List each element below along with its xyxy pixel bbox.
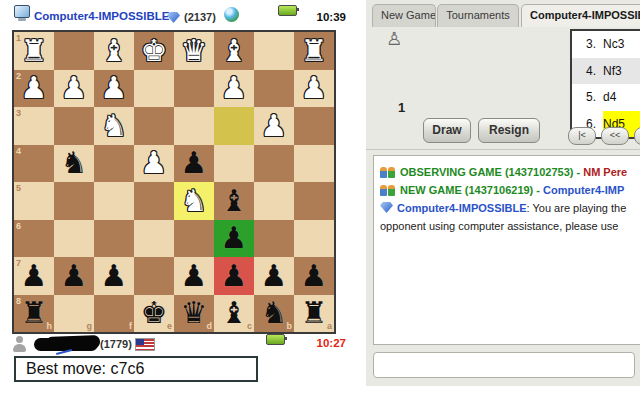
square-c2[interactable]: ♟ [214, 70, 254, 108]
square-h8[interactable]: 8h♜ [14, 295, 54, 333]
move-san: Nf3 [603, 58, 640, 85]
piece-bP: ♟ [101, 261, 128, 291]
bottom-player-rating: (1779) [100, 338, 132, 350]
file-label: g [87, 321, 93, 331]
square-g2[interactable]: ♟ [54, 70, 94, 108]
gem-icon [380, 202, 393, 213]
square-e8[interactable]: e♚ [134, 295, 174, 333]
chat-log[interactable]: OBSERVING GAME (1437102753) - NM PereNEW… [373, 155, 640, 345]
piece-bP: ♟ [221, 261, 248, 291]
square-c7[interactable]: ♟ [214, 257, 254, 295]
square-a7[interactable]: ♟ [294, 257, 334, 295]
square-h1[interactable]: 1♜ [14, 32, 54, 70]
square-d5[interactable]: ♞ [174, 182, 214, 220]
rank-label: 7 [16, 258, 21, 268]
square-e4[interactable]: ♟ [134, 145, 174, 183]
piece-bK: ♚ [141, 298, 168, 328]
move-row[interactable]: 5.d4 [572, 84, 640, 111]
square-c5[interactable]: ♝ [214, 182, 254, 220]
square-b6[interactable] [254, 220, 294, 258]
bottom-player-clock: 10:27 [304, 337, 346, 349]
piece-bP: ♟ [261, 261, 288, 291]
move-number: 4. [572, 64, 596, 78]
tab-current-game[interactable]: Computer4-IMPOSSIBLE [521, 4, 640, 27]
piece-wK: ♚ [141, 36, 168, 66]
chat-text: Computer4-IMPOSSIBLE [397, 202, 527, 214]
file-label: d [207, 321, 213, 331]
move-number: 5. [572, 90, 596, 104]
square-e1[interactable]: ♚ [134, 32, 174, 70]
battery-icon [278, 5, 297, 16]
square-a5[interactable] [294, 182, 334, 220]
square-e6[interactable] [134, 220, 174, 258]
piece-bR: ♜ [301, 298, 328, 328]
file-label: c [247, 321, 252, 331]
file-label: h [47, 321, 53, 331]
square-f4[interactable] [94, 145, 134, 183]
best-move-text: Best move: c7c6 [26, 360, 144, 377]
move-row[interactable]: 3.Nc3 [572, 31, 640, 58]
square-f8[interactable]: f [94, 295, 134, 333]
top-player-name[interactable]: Computer4-IMPOSSIBLE [34, 10, 169, 22]
rank-label: 4 [16, 146, 21, 156]
square-h5[interactable]: 5 [14, 182, 54, 220]
square-f6[interactable] [94, 220, 134, 258]
chat-text: NM Pere [583, 166, 627, 178]
chat-input[interactable] [373, 352, 635, 378]
square-a8[interactable]: a♜ [294, 295, 334, 333]
square-b1[interactable] [254, 32, 294, 70]
square-e2[interactable] [134, 70, 174, 108]
square-h2[interactable]: 2♟ [14, 70, 54, 108]
square-a4[interactable] [294, 145, 334, 183]
top-player-clock: 10:39 [304, 11, 346, 23]
redacted-player-name [34, 338, 98, 351]
square-b5[interactable] [254, 182, 294, 220]
piece-bN: ♞ [61, 148, 88, 178]
piece-wB: ♝ [101, 36, 128, 66]
move-san: d4 [603, 84, 640, 111]
piece-bR: ♜ [21, 298, 48, 328]
piece-bP: ♟ [181, 148, 208, 178]
square-d1[interactable]: ♛ [174, 32, 214, 70]
nav-button[interactable]: |< [568, 127, 596, 145]
square-e3[interactable] [134, 107, 174, 145]
pawn-icon: ♙ [386, 28, 402, 49]
battery-icon [266, 334, 285, 345]
rank-label: 1 [16, 33, 21, 43]
panel-divider [366, 149, 640, 150]
square-a3[interactable] [294, 107, 334, 145]
move-list[interactable]: 3.Nc34.Nf35.d46.Nd5 [570, 29, 640, 139]
rank-label: 6 [16, 221, 21, 231]
piece-bN: ♞ [261, 298, 288, 328]
square-c8[interactable]: c♝ [214, 295, 254, 333]
person-icon [12, 336, 27, 352]
square-e5[interactable] [134, 182, 174, 220]
square-g4[interactable]: ♞ [54, 145, 94, 183]
piece-bQ: ♛ [181, 298, 208, 328]
square-d4[interactable]: ♟ [174, 145, 214, 183]
square-c4[interactable] [214, 145, 254, 183]
square-d7[interactable]: ♟ [174, 257, 214, 295]
square-h4[interactable]: 4 [14, 145, 54, 183]
nav-button[interactable]: << [601, 127, 629, 145]
file-label: f [129, 321, 132, 331]
piece-wP: ♟ [101, 73, 128, 103]
move-number: 3. [572, 37, 596, 51]
square-f2[interactable]: ♟ [94, 70, 134, 108]
square-b7[interactable]: ♟ [254, 257, 294, 295]
rank-label: 3 [16, 108, 21, 118]
square-g1[interactable] [54, 32, 94, 70]
square-a2[interactable]: ♟ [294, 70, 334, 108]
chat-text: opponent using computer assistance, plea… [380, 220, 619, 232]
chat-message: OBSERVING GAME (1437102753) - NM Pere [380, 163, 640, 181]
square-g3[interactable] [54, 107, 94, 145]
square-a6[interactable] [294, 220, 334, 258]
piece-bP: ♟ [61, 261, 88, 291]
board-number: 1 [398, 100, 405, 115]
square-c6[interactable]: ♟ [214, 220, 254, 258]
square-d2[interactable] [174, 70, 214, 108]
square-f1[interactable]: ♝ [94, 32, 134, 70]
piece-wP: ♟ [141, 148, 168, 178]
square-b2[interactable] [254, 70, 294, 108]
piece-wN: ♞ [101, 111, 128, 141]
piece-bP: ♟ [301, 261, 328, 291]
move-row[interactable]: 4.Nf3 [572, 58, 640, 85]
piece-wP: ♟ [61, 73, 88, 103]
square-g8[interactable]: g [54, 295, 94, 333]
piece-bP: ♟ [21, 261, 48, 291]
piece-wP: ♟ [21, 73, 48, 103]
square-g5[interactable] [54, 182, 94, 220]
piece-bP: ♟ [221, 223, 248, 253]
chat-text: NEW GAME (1437106219) - [400, 184, 543, 196]
chat-message: NEW GAME (1437106219) - Computer4-IMP [380, 181, 640, 199]
square-g7[interactable]: ♟ [54, 257, 94, 295]
draw-button[interactable]: Draw [423, 118, 471, 143]
piece-wQ: ♛ [181, 36, 208, 66]
computer-icon [12, 5, 32, 21]
square-a1[interactable]: ♜ [294, 32, 334, 70]
piece-wP: ♟ [221, 73, 248, 103]
square-f3[interactable]: ♞ [94, 107, 134, 145]
chat-message: Computer4-IMPOSSIBLE: You are playing th… [380, 199, 640, 217]
chat-text: : You are playing the [527, 202, 627, 214]
square-e7[interactable] [134, 257, 174, 295]
bottom-player-bar: (1779) 10:27 [12, 334, 342, 358]
square-f7[interactable]: ♟ [94, 257, 134, 295]
square-b8[interactable]: b♞ [254, 295, 294, 333]
piece-bP: ♟ [181, 261, 208, 291]
square-h6[interactable]: 6 [14, 220, 54, 258]
tab-tournaments[interactable]: Tournaments [437, 4, 519, 27]
square-g6[interactable] [54, 220, 94, 258]
top-player-bar: Computer4-IMPOSSIBLE (2137) 10:39 [12, 2, 342, 26]
tab-new-game[interactable]: New Game [372, 4, 436, 27]
right-panel: New Game Tournaments Computer4-IMPOSSIBL… [366, 0, 640, 386]
piece-wB: ♝ [221, 36, 248, 66]
piece-wP: ♟ [261, 111, 288, 141]
rank-label: 8 [16, 296, 21, 306]
piece-wR: ♜ [301, 36, 328, 66]
nav-button[interactable]: < [634, 127, 640, 145]
piece-wR: ♜ [21, 36, 48, 66]
piece-bB: ♝ [221, 186, 248, 216]
people-icon [380, 184, 396, 196]
file-label: a [327, 321, 332, 331]
chat-text: OBSERVING GAME (1437102753) - [400, 166, 583, 178]
us-flag-icon [136, 339, 154, 350]
file-label: b [287, 321, 293, 331]
square-d8[interactable]: d♛ [174, 295, 214, 333]
top-player-rating: (2137) [184, 11, 216, 23]
square-b4[interactable] [254, 145, 294, 183]
square-d6[interactable] [174, 220, 214, 258]
square-h3[interactable]: 3 [14, 107, 54, 145]
move-san: Nc3 [603, 31, 640, 58]
square-c1[interactable]: ♝ [214, 32, 254, 70]
people-icon [380, 166, 396, 178]
resign-button[interactable]: Resign [478, 118, 540, 143]
chat-text: Computer4-IMP [543, 184, 624, 196]
square-h7[interactable]: 7♟ [14, 257, 54, 295]
chat-message: opponent using computer assistance, plea… [380, 217, 640, 235]
square-b3[interactable]: ♟ [254, 107, 294, 145]
best-move-box: Best move: c7c6 [14, 356, 258, 382]
rank-label: 2 [16, 71, 21, 81]
globe-icon [224, 7, 239, 22]
rank-label: 5 [16, 183, 21, 193]
square-c3[interactable] [214, 107, 254, 145]
chess-board: 1♜♝♚♛♝♜2♟♟♟♟♟3♞♟4♞♟♟5♞♝6♟7♟♟♟♟♟♟♟8h♜gfe♚… [12, 30, 336, 334]
square-f5[interactable] [94, 182, 134, 220]
file-label: e [167, 321, 172, 331]
move-nav-buttons: |<<<< [568, 127, 640, 145]
piece-bB: ♝ [221, 298, 248, 328]
square-d3[interactable] [174, 107, 214, 145]
piece-wN: ♞ [181, 186, 208, 216]
piece-wP: ♟ [301, 73, 328, 103]
